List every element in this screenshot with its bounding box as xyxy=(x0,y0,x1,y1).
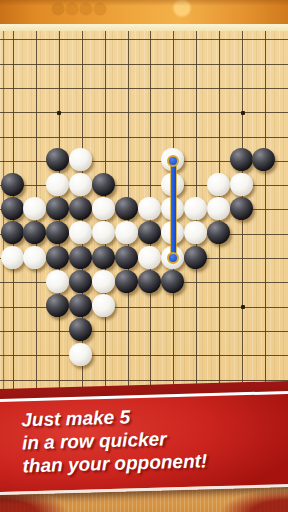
black-stone xyxy=(46,197,69,220)
win-line xyxy=(171,161,176,258)
promo-banner: Just make 5 in a row quicker than your o… xyxy=(0,391,288,495)
star-point xyxy=(57,111,61,115)
white-stone xyxy=(92,221,115,244)
star-point xyxy=(241,111,245,115)
white-stone xyxy=(69,173,92,196)
white-stone xyxy=(23,197,46,220)
black-stone xyxy=(46,148,69,171)
white-stone xyxy=(69,343,92,366)
black-stone xyxy=(92,173,115,196)
promo-banner-zone: Just make 5 in a row quicker than your o… xyxy=(0,378,288,512)
white-stone xyxy=(115,221,138,244)
black-stone xyxy=(138,221,161,244)
grid-line-horizontal xyxy=(0,307,288,308)
white-stone xyxy=(92,270,115,293)
white-stone xyxy=(92,197,115,220)
white-stone xyxy=(207,173,230,196)
app-screenshot: Just make 5 in a row quicker than your o… xyxy=(0,0,288,512)
game-board[interactable] xyxy=(0,31,288,392)
grid-line-horizontal xyxy=(0,39,288,40)
white-stone xyxy=(46,173,69,196)
white-stone xyxy=(230,173,253,196)
black-stone xyxy=(161,270,184,293)
star-point xyxy=(241,305,245,309)
grid-line-horizontal xyxy=(0,355,288,356)
white-stone xyxy=(138,246,161,269)
black-stone xyxy=(69,197,92,220)
black-stone xyxy=(23,221,46,244)
grid-line-horizontal xyxy=(0,331,288,332)
banner-text: Just make 5 in a row quicker than your o… xyxy=(0,394,288,478)
grid-line-horizontal xyxy=(0,137,288,138)
black-stone xyxy=(115,246,138,269)
white-stone xyxy=(69,148,92,171)
white-stone xyxy=(184,221,207,244)
black-stone xyxy=(138,270,161,293)
white-stone xyxy=(69,221,92,244)
black-stone xyxy=(46,294,69,317)
black-stone xyxy=(69,318,92,341)
win-line-endpoint-dot xyxy=(167,155,179,167)
black-stone xyxy=(184,246,207,269)
black-stone xyxy=(92,246,115,269)
grid-line-horizontal xyxy=(0,64,288,65)
black-stone xyxy=(115,197,138,220)
black-stone xyxy=(1,173,24,196)
white-stone xyxy=(92,294,115,317)
black-stone xyxy=(69,246,92,269)
black-stone xyxy=(1,197,24,220)
top-bar xyxy=(0,0,288,24)
black-stone xyxy=(230,197,253,220)
black-stone xyxy=(115,270,138,293)
grid-line-horizontal xyxy=(0,88,288,89)
black-stone xyxy=(230,148,253,171)
white-stone xyxy=(207,197,230,220)
black-stone xyxy=(252,148,275,171)
white-stone xyxy=(46,270,69,293)
grid-line-horizontal xyxy=(0,112,288,113)
white-stone xyxy=(184,197,207,220)
black-stone xyxy=(69,294,92,317)
white-stone xyxy=(23,246,46,269)
black-stone xyxy=(207,221,230,244)
black-stone xyxy=(46,221,69,244)
grid-line-vertical xyxy=(265,31,266,392)
white-stone xyxy=(138,197,161,220)
black-stone xyxy=(1,221,24,244)
black-stone xyxy=(69,270,92,293)
white-stone xyxy=(1,246,24,269)
black-stone xyxy=(46,246,69,269)
